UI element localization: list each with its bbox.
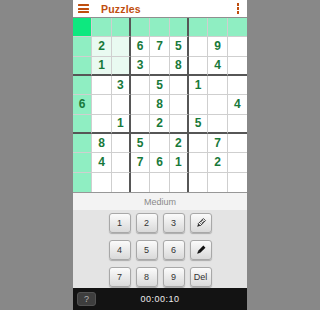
- cell-r3c3[interactable]: [112, 57, 131, 76]
- cell-r4c4[interactable]: [131, 76, 150, 95]
- cell-r5c9[interactable]: 4: [228, 95, 247, 114]
- cell-r2c5[interactable]: 7: [150, 37, 169, 56]
- cell-r1c8[interactable]: [208, 18, 227, 37]
- key-4[interactable]: 4: [109, 240, 131, 260]
- cell-r9c2[interactable]: [92, 173, 111, 192]
- cell-r1c6[interactable]: [170, 18, 189, 37]
- timer: 00:00:10: [140, 294, 179, 304]
- delete-button[interactable]: Del: [190, 267, 212, 287]
- cell-r6c7[interactable]: 5: [189, 115, 208, 134]
- cell-r9c9[interactable]: [228, 173, 247, 192]
- hamburger-icon[interactable]: [78, 4, 89, 13]
- key-2[interactable]: 2: [136, 213, 158, 233]
- kebab-menu-icon[interactable]: [237, 3, 240, 14]
- cell-r6c9[interactable]: [228, 115, 247, 134]
- pencil-notes-icon: [194, 217, 207, 230]
- cell-r2c1[interactable]: [73, 37, 92, 56]
- cell-r7c4[interactable]: 5: [131, 134, 150, 153]
- cell-r2c2[interactable]: 2: [92, 37, 111, 56]
- cell-r5c8[interactable]: [208, 95, 227, 114]
- cell-r4c7[interactable]: 1: [189, 76, 208, 95]
- cell-r1c4[interactable]: [131, 18, 150, 37]
- cell-r1c5[interactable]: [150, 18, 169, 37]
- cell-r9c8[interactable]: [208, 173, 227, 192]
- cell-r6c8[interactable]: [208, 115, 227, 134]
- key-5[interactable]: 5: [136, 240, 158, 260]
- cell-r8c7[interactable]: [189, 153, 208, 172]
- cell-r3c1[interactable]: [73, 57, 92, 76]
- key-8[interactable]: 8: [136, 267, 158, 287]
- cell-r2c6[interactable]: 5: [170, 37, 189, 56]
- app-bar: Puzzles: [73, 0, 247, 17]
- cell-r4c2[interactable]: [92, 76, 111, 95]
- difficulty-strip: Medium: [73, 193, 247, 210]
- cell-r9c4[interactable]: [131, 173, 150, 192]
- pencil-solid-button[interactable]: [190, 240, 212, 260]
- cell-r4c3[interactable]: 3: [112, 76, 131, 95]
- pencil-notes-button[interactable]: [190, 213, 212, 233]
- cell-r3c9[interactable]: [228, 57, 247, 76]
- cell-r4c9[interactable]: [228, 76, 247, 95]
- cell-r3c5[interactable]: [150, 57, 169, 76]
- cell-r5c2[interactable]: [92, 95, 111, 114]
- cell-r6c5[interactable]: 2: [150, 115, 169, 134]
- cell-r1c7[interactable]: [189, 18, 208, 37]
- cell-r7c6[interactable]: 2: [170, 134, 189, 153]
- pencil-solid-icon: [194, 244, 207, 257]
- cell-r1c1[interactable]: [73, 18, 92, 37]
- cell-r8c4[interactable]: 7: [131, 153, 150, 172]
- cell-r6c3[interactable]: 1: [112, 115, 131, 134]
- cell-r6c1[interactable]: [73, 115, 92, 134]
- cell-r6c2[interactable]: [92, 115, 111, 134]
- cell-r5c5[interactable]: 8: [150, 95, 169, 114]
- key-7[interactable]: 7: [109, 267, 131, 287]
- cell-r1c3[interactable]: [112, 18, 131, 37]
- cell-r3c4[interactable]: 3: [131, 57, 150, 76]
- cell-r6c4[interactable]: [131, 115, 150, 134]
- key-1[interactable]: 1: [109, 213, 131, 233]
- cell-r4c5[interactable]: 5: [150, 76, 169, 95]
- cell-r4c8[interactable]: [208, 76, 227, 95]
- help-button[interactable]: ?: [77, 292, 96, 306]
- cell-r3c6[interactable]: 8: [170, 57, 189, 76]
- page-title: Puzzles: [101, 3, 141, 15]
- cell-r2c3[interactable]: [112, 37, 131, 56]
- cell-r9c3[interactable]: [112, 173, 131, 192]
- cell-r9c5[interactable]: [150, 173, 169, 192]
- cell-r8c9[interactable]: [228, 153, 247, 172]
- cell-r5c7[interactable]: [189, 95, 208, 114]
- cell-r9c7[interactable]: [189, 173, 208, 192]
- cell-r4c1[interactable]: [73, 76, 92, 95]
- cell-r7c3[interactable]: [112, 134, 131, 153]
- cell-r8c3[interactable]: [112, 153, 131, 172]
- cell-r7c2[interactable]: 8: [92, 134, 111, 153]
- cell-r3c7[interactable]: [189, 57, 208, 76]
- sudoku-board: 267591384351684125852747612: [73, 17, 247, 193]
- sudoku-app-screen: Puzzles 267591384351684125852747612 Medi…: [73, 0, 247, 310]
- cell-r3c8[interactable]: 4: [208, 57, 227, 76]
- difficulty-label: Medium: [144, 197, 176, 207]
- cell-r2c4[interactable]: 6: [131, 37, 150, 56]
- cell-r7c1[interactable]: [73, 134, 92, 153]
- cell-r8c6[interactable]: 1: [170, 153, 189, 172]
- cell-r8c5[interactable]: 6: [150, 153, 169, 172]
- cell-r9c1[interactable]: [73, 173, 92, 192]
- cell-r5c4[interactable]: [131, 95, 150, 114]
- cell-r8c1[interactable]: [73, 153, 92, 172]
- cell-r2c9[interactable]: [228, 37, 247, 56]
- cell-r1c2[interactable]: [92, 18, 111, 37]
- status-bar: ? 00:00:10: [73, 288, 247, 310]
- cell-r5c1[interactable]: 6: [73, 95, 92, 114]
- cell-r1c9[interactable]: [228, 18, 247, 37]
- cell-r2c7[interactable]: [189, 37, 208, 56]
- cell-r7c7[interactable]: [189, 134, 208, 153]
- key-3[interactable]: 3: [163, 213, 185, 233]
- cell-r9c6[interactable]: [170, 173, 189, 192]
- cell-r8c2[interactable]: 4: [92, 153, 111, 172]
- number-keypad: 1 2 3 4 5 6 7: [73, 210, 247, 288]
- key-6[interactable]: 6: [163, 240, 185, 260]
- cell-r2c8[interactable]: 9: [208, 37, 227, 56]
- cell-r7c9[interactable]: [228, 134, 247, 153]
- cell-r4c6[interactable]: [170, 76, 189, 95]
- cell-r8c8[interactable]: 2: [208, 153, 227, 172]
- cell-r7c8[interactable]: 7: [208, 134, 227, 153]
- cell-r7c5[interactable]: [150, 134, 169, 153]
- key-9[interactable]: 9: [163, 267, 185, 287]
- cell-r3c2[interactable]: 1: [92, 57, 111, 76]
- cell-r5c6[interactable]: [170, 95, 189, 114]
- cell-r5c3[interactable]: [112, 95, 131, 114]
- cell-r6c6[interactable]: [170, 115, 189, 134]
